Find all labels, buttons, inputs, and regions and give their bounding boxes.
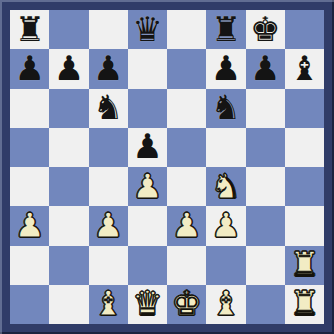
square-c2[interactable] [89, 246, 128, 285]
square-h2[interactable]: ♜ [285, 246, 324, 285]
square-g2[interactable] [246, 246, 285, 285]
square-e2[interactable] [167, 246, 206, 285]
square-a7[interactable]: ♟ [10, 49, 49, 88]
piece-black-bishop[interactable]: ♝ [289, 51, 319, 85]
chess-board: ♜♛♜♚♟♟♟♟♟♝♞♞♟♟♞♟♟♟♟♜♝♛♚♝♜ [10, 10, 324, 324]
square-e7[interactable] [167, 49, 206, 88]
square-g7[interactable]: ♟ [246, 49, 285, 88]
square-d1[interactable]: ♛ [128, 285, 167, 324]
piece-black-pawn[interactable]: ♟ [14, 51, 44, 85]
square-f6[interactable]: ♞ [206, 89, 245, 128]
square-d2[interactable] [128, 246, 167, 285]
square-e4[interactable] [167, 167, 206, 206]
piece-white-knight[interactable]: ♞ [211, 169, 241, 203]
piece-black-pawn[interactable]: ♟ [54, 51, 84, 85]
square-b2[interactable] [49, 246, 88, 285]
piece-white-pawn[interactable]: ♟ [132, 169, 162, 203]
square-d8[interactable]: ♛ [128, 10, 167, 49]
square-d3[interactable] [128, 206, 167, 245]
square-f4[interactable]: ♞ [206, 167, 245, 206]
square-h6[interactable] [285, 89, 324, 128]
square-a6[interactable] [10, 89, 49, 128]
piece-black-rook[interactable]: ♜ [211, 12, 241, 46]
piece-white-king[interactable]: ♚ [171, 286, 201, 320]
square-e6[interactable] [167, 89, 206, 128]
square-a1[interactable] [10, 285, 49, 324]
piece-black-queen[interactable]: ♛ [132, 12, 162, 46]
square-f7[interactable]: ♟ [206, 49, 245, 88]
square-a5[interactable] [10, 128, 49, 167]
piece-black-king[interactable]: ♚ [250, 12, 280, 46]
piece-white-bishop[interactable]: ♝ [93, 286, 123, 320]
square-c1[interactable]: ♝ [89, 285, 128, 324]
square-h4[interactable] [285, 167, 324, 206]
square-g1[interactable] [246, 285, 285, 324]
square-g4[interactable] [246, 167, 285, 206]
square-b8[interactable] [49, 10, 88, 49]
piece-white-pawn[interactable]: ♟ [171, 208, 201, 242]
square-b6[interactable] [49, 89, 88, 128]
piece-white-rook[interactable]: ♜ [289, 247, 319, 281]
square-d7[interactable] [128, 49, 167, 88]
chess-diagram: ♜♛♜♚♟♟♟♟♟♝♞♞♟♟♞♟♟♟♟♜♝♛♚♝♜ [0, 0, 334, 334]
square-b3[interactable] [49, 206, 88, 245]
square-e5[interactable] [167, 128, 206, 167]
square-h1[interactable]: ♜ [285, 285, 324, 324]
square-d4[interactable]: ♟ [128, 167, 167, 206]
square-h7[interactable]: ♝ [285, 49, 324, 88]
square-g5[interactable] [246, 128, 285, 167]
piece-black-rook[interactable]: ♜ [14, 12, 44, 46]
square-b5[interactable] [49, 128, 88, 167]
piece-white-queen[interactable]: ♛ [132, 286, 162, 320]
piece-black-pawn[interactable]: ♟ [132, 129, 162, 163]
square-g6[interactable] [246, 89, 285, 128]
square-c3[interactable]: ♟ [89, 206, 128, 245]
square-b7[interactable]: ♟ [49, 49, 88, 88]
piece-white-bishop[interactable]: ♝ [211, 286, 241, 320]
square-e1[interactable]: ♚ [167, 285, 206, 324]
square-f8[interactable]: ♜ [206, 10, 245, 49]
piece-black-pawn[interactable]: ♟ [93, 51, 123, 85]
square-g8[interactable]: ♚ [246, 10, 285, 49]
square-a2[interactable] [10, 246, 49, 285]
square-e3[interactable]: ♟ [167, 206, 206, 245]
square-g3[interactable] [246, 206, 285, 245]
square-a4[interactable] [10, 167, 49, 206]
square-c8[interactable] [89, 10, 128, 49]
square-c7[interactable]: ♟ [89, 49, 128, 88]
square-f3[interactable]: ♟ [206, 206, 245, 245]
square-f2[interactable] [206, 246, 245, 285]
piece-black-knight[interactable]: ♞ [211, 90, 241, 124]
square-f1[interactable]: ♝ [206, 285, 245, 324]
square-c5[interactable] [89, 128, 128, 167]
piece-black-pawn[interactable]: ♟ [211, 51, 241, 85]
square-f5[interactable] [206, 128, 245, 167]
piece-white-rook[interactable]: ♜ [289, 286, 319, 320]
square-b1[interactable] [49, 285, 88, 324]
piece-white-pawn[interactable]: ♟ [93, 208, 123, 242]
square-a8[interactable]: ♜ [10, 10, 49, 49]
square-b4[interactable] [49, 167, 88, 206]
piece-black-knight[interactable]: ♞ [93, 90, 123, 124]
square-d6[interactable] [128, 89, 167, 128]
square-h3[interactable] [285, 206, 324, 245]
square-c4[interactable] [89, 167, 128, 206]
square-c6[interactable]: ♞ [89, 89, 128, 128]
square-h5[interactable] [285, 128, 324, 167]
square-d5[interactable]: ♟ [128, 128, 167, 167]
piece-black-pawn[interactable]: ♟ [250, 51, 280, 85]
piece-white-pawn[interactable]: ♟ [14, 208, 44, 242]
board-frame: ♜♛♜♚♟♟♟♟♟♝♞♞♟♟♞♟♟♟♟♜♝♛♚♝♜ [0, 0, 334, 334]
square-h8[interactable] [285, 10, 324, 49]
piece-white-pawn[interactable]: ♟ [211, 208, 241, 242]
square-e8[interactable] [167, 10, 206, 49]
square-a3[interactable]: ♟ [10, 206, 49, 245]
